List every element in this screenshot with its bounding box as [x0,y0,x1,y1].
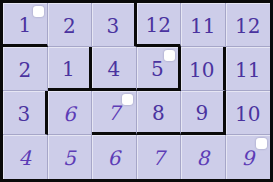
cell-number: 2 [18,60,31,80]
cell-r1c5[interactable]: 11 [181,3,226,47]
cell-number: 4 [18,148,31,168]
puzzle-board: 123121112214510113678910456789 [0,0,273,182]
cell-r4c6[interactable]: 9 [226,135,271,179]
cell-r4c1[interactable]: 4 [3,135,48,179]
cell-number: 6 [107,148,120,168]
cell-r1c4[interactable]: 12 [137,3,182,47]
cell-r2c1[interactable]: 2 [3,47,48,91]
cell-r2c4[interactable]: 5 [137,47,182,91]
cell-number: 8 [152,103,165,123]
cell-number: 8 [196,148,209,168]
cell-number: 5 [151,59,164,79]
note-marker-icon [164,50,175,61]
cell-r3c2[interactable]: 6 [48,91,93,135]
note-marker-icon [256,138,267,149]
cell-number: 12 [235,16,260,36]
cell-r1c1[interactable]: 1 [3,3,48,47]
cell-number: 6 [63,104,76,124]
cell-r1c2[interactable]: 2 [48,3,93,47]
note-marker-icon [33,6,44,17]
note-marker-icon [122,94,133,105]
cell-r4c3[interactable]: 6 [92,135,137,179]
cell-r2c3[interactable]: 4 [92,47,137,91]
cell-number: 10 [189,60,214,80]
cell-number: 3 [17,104,30,124]
cell-r2c6[interactable]: 11 [226,47,271,91]
cell-number: 11 [190,16,215,36]
cell-number: 9 [195,103,208,123]
cell-r2c2[interactable]: 1 [48,47,93,91]
cell-r3c4[interactable]: 8 [137,91,182,135]
cell-r3c5[interactable]: 9 [181,91,226,135]
cell-number: 1 [18,15,31,35]
cell-number: 3 [106,16,119,36]
cell-number: 4 [107,59,120,79]
cell-r4c2[interactable]: 5 [48,135,93,179]
cell-r2c5[interactable]: 10 [181,47,226,91]
cell-r1c3[interactable]: 3 [92,3,137,47]
cell-number: 12 [146,15,171,35]
cell-r1c6[interactable]: 12 [226,3,271,47]
cell-number: 7 [152,148,165,168]
cell-number: 5 [63,148,76,168]
cell-r4c4[interactable]: 7 [137,135,182,179]
cell-r3c3[interactable]: 7 [92,91,137,135]
cell-number: 10 [235,104,260,124]
cell-r4c5[interactable]: 8 [181,135,226,179]
cell-number: 11 [235,60,260,80]
cell-number: 9 [241,148,254,168]
cell-number: 7 [107,103,120,123]
cell-r3c6[interactable]: 10 [226,91,271,135]
cell-number: 1 [62,59,75,79]
cell-r3c1[interactable]: 3 [3,91,48,135]
cell-number: 2 [63,16,76,36]
